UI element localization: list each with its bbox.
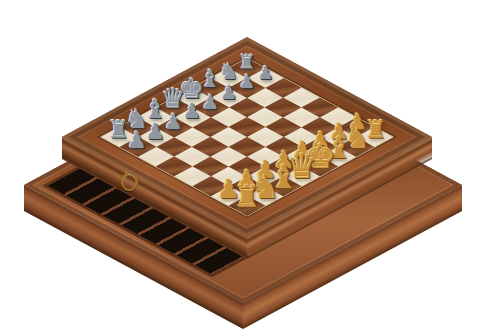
piece-black-rook-h8[interactable]: ♜ xyxy=(238,53,256,73)
piece-black-pawn-c7[interactable]: ♟ xyxy=(164,111,183,132)
chess-set-photo: ♜♞♝♛♚♝♞♜♟♟♟♟♟♟♟♟♟♟♟♟♟♟♟♟♜♞♝♛♚♝♞♜ xyxy=(0,0,480,330)
piece-black-pawn-b7[interactable]: ♟ xyxy=(145,120,165,142)
piece-white-rook-a1[interactable]: ♜ xyxy=(233,182,260,212)
piece-black-pawn-a7[interactable]: ♟ xyxy=(126,129,146,152)
piece-black-knight-g8[interactable]: ♞ xyxy=(219,61,239,83)
piece-black-pawn-e7[interactable]: ♟ xyxy=(201,92,219,112)
piece-black-pawn-h7[interactable]: ♟ xyxy=(257,64,273,82)
piece-black-pawn-f7[interactable]: ♟ xyxy=(220,83,237,102)
piece-black-pawn-d7[interactable]: ♟ xyxy=(183,101,202,122)
piece-black-pawn-g7[interactable]: ♟ xyxy=(239,74,256,93)
